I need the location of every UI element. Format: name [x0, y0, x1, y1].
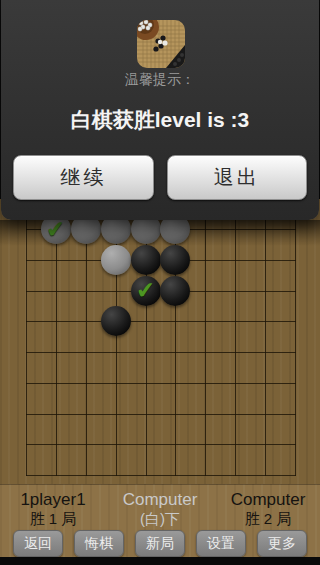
- bottom-black-strip: [0, 557, 320, 565]
- grid-hline: [26, 383, 296, 384]
- grid-vline: [235, 205, 236, 476]
- dialog-tip-label: 温馨提示：: [1, 71, 319, 89]
- more-button[interactable]: 更多: [257, 530, 307, 557]
- exit-button[interactable]: 退出: [167, 155, 308, 200]
- new-game-button[interactable]: 新局: [135, 530, 185, 557]
- grid-vline: [205, 205, 206, 476]
- game-over-dialog: 温馨提示： 白棋获胜level is :3 继续 退出: [1, 0, 319, 220]
- turn-color: (白)下: [103, 509, 217, 528]
- grid-hline: [26, 352, 296, 353]
- player1-status: 1player1 胜 1 局: [6, 490, 100, 528]
- black-stone: [160, 276, 190, 306]
- computer-score: 胜 2 局: [220, 509, 316, 528]
- grid-vline: [265, 205, 266, 476]
- black-stone: [101, 306, 131, 336]
- player1-score: 胜 1 局: [6, 509, 100, 528]
- black-stone: [160, 245, 190, 275]
- computer-name: Computer: [220, 490, 316, 509]
- dialog-button-row: 继续 退出: [13, 155, 307, 200]
- app-icon: [137, 20, 185, 68]
- grid-hline: [26, 414, 296, 415]
- back-button[interactable]: 返回: [13, 530, 63, 557]
- black-stone: [131, 276, 161, 306]
- player1-name: 1player1: [6, 490, 100, 509]
- grid-hline: [26, 321, 296, 322]
- settings-button[interactable]: 设置: [196, 530, 246, 557]
- grid-hline: [26, 444, 296, 445]
- last-move-check-icon: [131, 276, 161, 306]
- turn-player: Computer: [103, 490, 217, 509]
- grid-hline: [26, 475, 296, 476]
- grid-vline: [56, 205, 57, 476]
- computer-status: Computer 胜 2 局: [220, 490, 316, 528]
- grid-vline: [86, 205, 87, 476]
- game-screen: 1player1 胜 1 局 Computer (白)下 Computer 胜 …: [0, 0, 320, 565]
- undo-button[interactable]: 悔棋: [74, 530, 124, 557]
- grid-vline: [26, 205, 27, 476]
- turn-indicator: Computer (白)下: [103, 490, 217, 528]
- grid-vline: [295, 205, 296, 476]
- continue-button[interactable]: 继续: [13, 155, 154, 200]
- dialog-message: 白棋获胜level is :3: [1, 106, 319, 134]
- white-stone: [101, 245, 131, 275]
- bottom-toolbar: 返回 悔棋 新局 设置 更多: [0, 530, 320, 557]
- black-stone: [131, 245, 161, 275]
